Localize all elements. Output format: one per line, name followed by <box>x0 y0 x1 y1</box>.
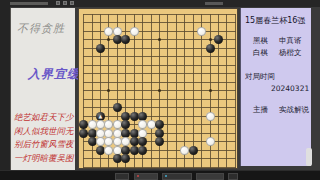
black-stone <box>155 137 164 146</box>
white-stone <box>180 146 189 155</box>
white-label: 白棋 <box>253 48 268 58</box>
black-player-name: 申真谞 <box>279 36 302 46</box>
toolbar-button-icon[interactable] <box>70 1 74 5</box>
scrollbar-thumb[interactable] <box>306 148 312 166</box>
black-stone <box>121 154 130 163</box>
go-board[interactable]: ▲ <box>78 8 238 169</box>
white-stone <box>206 137 215 146</box>
black-stone <box>121 120 130 129</box>
grid-line <box>83 158 236 159</box>
game-date-value: 20240321 <box>271 84 309 93</box>
grid-line <box>83 107 236 108</box>
grid-line <box>184 14 185 168</box>
black-stone <box>121 35 130 44</box>
titlebar-dashes <box>205 2 223 5</box>
grid-line <box>167 14 168 168</box>
grid-line <box>176 14 177 168</box>
app-window: 不得贪胜 入界宜缓 绝艺如君天下少 闲人似我世间无 别后竹窗风雪夜 一灯明暗覆吴… <box>0 0 320 180</box>
black-stone <box>214 35 223 44</box>
grid-line <box>201 14 202 168</box>
poem-line-1: 绝艺如君天下少 <box>14 112 74 124</box>
window-titlebar <box>0 0 320 7</box>
tournament-title: 15届春兰杯16强 <box>245 15 305 26</box>
titlebar-text-glyphs <box>10 2 48 5</box>
poem-line-3: 别后竹窗风雪夜 <box>14 139 74 151</box>
host-value: 实战解说 <box>279 105 309 115</box>
grid-line <box>83 167 236 168</box>
taskbar <box>0 170 320 180</box>
white-stone <box>206 112 215 121</box>
star-point <box>209 89 212 92</box>
taskbar-button[interactable] <box>196 173 224 180</box>
grid-line <box>226 14 227 168</box>
star-point <box>158 89 161 92</box>
toolbar-button-icon[interactable] <box>56 1 60 5</box>
grid-line <box>193 14 194 168</box>
black-stone <box>138 146 147 155</box>
black-stone <box>155 120 164 129</box>
poem-line-2: 闲人似我世间无 <box>14 126 74 138</box>
taskbar-app-icon <box>165 175 167 177</box>
black-label: 黑棋 <box>253 36 268 46</box>
grid-line <box>83 99 236 100</box>
black-stone <box>138 137 147 146</box>
taskbar-button[interactable] <box>115 173 129 180</box>
white-player-name: 杨楷文 <box>279 48 302 58</box>
black-stone <box>79 120 88 129</box>
black-stone <box>206 44 215 53</box>
white-stone <box>138 120 147 129</box>
white-stone <box>121 137 130 146</box>
taskbar-button[interactable] <box>228 173 238 180</box>
white-stone <box>197 27 206 36</box>
star-point <box>209 38 212 41</box>
star-point <box>158 38 161 41</box>
poem-line-4: 一灯明暗覆吴图 <box>14 153 74 165</box>
toolbar-button-icon[interactable] <box>63 1 67 5</box>
grid-line <box>235 14 236 168</box>
black-stone <box>189 146 198 155</box>
host-label: 主播 <box>253 105 268 115</box>
game-date-label: 对局时间 <box>245 72 275 82</box>
game-info-panel: 15届春兰杯16强 黑棋 申真谞 白棋 杨楷文 对局时间 20240321 主播… <box>240 8 311 166</box>
white-stone <box>130 27 139 36</box>
window-left-edge <box>0 0 10 180</box>
taskbar-app-icon <box>137 175 139 177</box>
black-stone <box>79 129 88 138</box>
commentary-panel: 不得贪胜 入界宜缓 绝艺如君天下少 闲人似我世间无 别后竹窗风雪夜 一灯明暗覆吴… <box>10 8 75 170</box>
go-proverb-2: 入界宜缓 <box>28 66 80 83</box>
black-stone <box>113 103 122 112</box>
go-proverb-1: 不得贪胜 <box>17 21 65 36</box>
black-stone <box>96 44 105 53</box>
